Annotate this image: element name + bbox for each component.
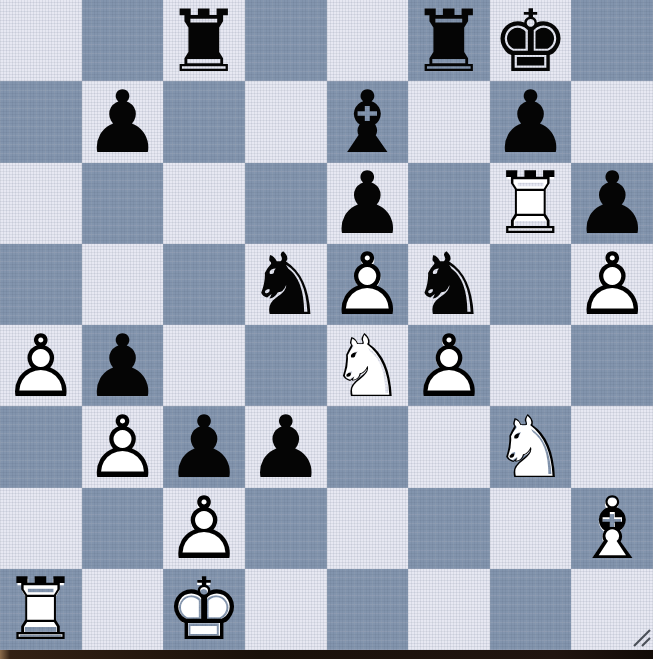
square-h4[interactable]	[571, 325, 653, 406]
square-g1[interactable]	[490, 569, 572, 650]
square-b7[interactable]: ♟	[82, 81, 164, 162]
square-b6[interactable]	[82, 163, 164, 244]
square-f2[interactable]	[408, 488, 490, 569]
square-c5[interactable]	[163, 244, 245, 325]
square-b8[interactable]	[82, 0, 164, 81]
black-rook[interactable]: ♜	[163, 0, 245, 81]
square-a8[interactable]	[0, 0, 82, 81]
square-e8[interactable]	[327, 0, 409, 81]
white-pawn[interactable]: ♟♙	[82, 406, 164, 487]
piece-glyph: ♜	[163, 0, 245, 81]
square-a5[interactable]	[0, 244, 82, 325]
square-b1[interactable]	[82, 569, 164, 650]
square-f5[interactable]: ♞	[408, 244, 490, 325]
chess-board: ♜♜♚♟♝♟♟♜♖♟♞♟♙♞♟♙♟♙♟♞♘♟♙♟♙♟♟♞♘♟♙♝♗♜♖♚♔	[0, 0, 653, 650]
square-c2[interactable]: ♟♙	[163, 488, 245, 569]
black-knight[interactable]: ♞	[245, 244, 327, 325]
square-h5[interactable]: ♟♙	[571, 244, 653, 325]
piece-glyph: ♟	[327, 163, 409, 244]
square-e7[interactable]: ♝	[327, 81, 409, 162]
piece-glyph: ♟	[82, 81, 164, 162]
square-b2[interactable]	[82, 488, 164, 569]
white-pawn[interactable]: ♟♙	[163, 488, 245, 569]
square-c7[interactable]	[163, 81, 245, 162]
white-pawn[interactable]: ♟♙	[571, 244, 653, 325]
square-h2[interactable]: ♝♗	[571, 488, 653, 569]
square-f7[interactable]	[408, 81, 490, 162]
chess-app-window: ♜♜♚♟♝♟♟♜♖♟♞♟♙♞♟♙♟♙♟♞♘♟♙♟♙♟♟♞♘♟♙♝♗♜♖♚♔	[0, 0, 653, 659]
square-h8[interactable]	[571, 0, 653, 81]
black-bishop[interactable]: ♝	[327, 81, 409, 162]
square-f8[interactable]: ♜	[408, 0, 490, 81]
square-c3[interactable]: ♟	[163, 406, 245, 487]
square-d4[interactable]	[245, 325, 327, 406]
white-bishop[interactable]: ♝♗	[571, 488, 653, 569]
square-d3[interactable]: ♟	[245, 406, 327, 487]
square-a6[interactable]	[0, 163, 82, 244]
square-b5[interactable]	[82, 244, 164, 325]
square-e2[interactable]	[327, 488, 409, 569]
square-h3[interactable]	[571, 406, 653, 487]
square-e4[interactable]: ♞♘	[327, 325, 409, 406]
piece-glyph-outline: ♔	[163, 569, 245, 650]
square-g7[interactable]: ♟	[490, 81, 572, 162]
square-c4[interactable]	[163, 325, 245, 406]
square-a4[interactable]: ♟♙	[0, 325, 82, 406]
black-rook[interactable]: ♜	[408, 0, 490, 81]
board-bottom-edge	[0, 650, 653, 659]
white-pawn[interactable]: ♟♙	[408, 325, 490, 406]
square-d5[interactable]: ♞	[245, 244, 327, 325]
white-pawn[interactable]: ♟♙	[0, 325, 82, 406]
square-f3[interactable]	[408, 406, 490, 487]
black-pawn[interactable]: ♟	[245, 406, 327, 487]
black-pawn[interactable]: ♟	[327, 163, 409, 244]
piece-glyph-outline: ♙	[0, 325, 82, 406]
square-f4[interactable]: ♟♙	[408, 325, 490, 406]
piece-glyph: ♟	[82, 325, 164, 406]
square-e6[interactable]: ♟	[327, 163, 409, 244]
black-pawn[interactable]: ♟	[163, 406, 245, 487]
square-d7[interactable]	[245, 81, 327, 162]
piece-glyph-outline: ♙	[82, 406, 164, 487]
square-h7[interactable]	[571, 81, 653, 162]
piece-glyph-outline: ♙	[163, 488, 245, 569]
piece-glyph-outline: ♘	[490, 406, 572, 487]
square-d6[interactable]	[245, 163, 327, 244]
piece-glyph: ♞	[245, 244, 327, 325]
square-d1[interactable]	[245, 569, 327, 650]
piece-glyph: ♟	[571, 163, 653, 244]
square-f6[interactable]	[408, 163, 490, 244]
white-king[interactable]: ♚♔	[163, 569, 245, 650]
square-e3[interactable]	[327, 406, 409, 487]
square-g5[interactable]	[490, 244, 572, 325]
resize-grip-icon[interactable]	[630, 626, 652, 648]
square-e5[interactable]: ♟♙	[327, 244, 409, 325]
piece-glyph-outline: ♙	[571, 244, 653, 325]
piece-glyph-outline: ♙	[408, 325, 490, 406]
square-g3[interactable]: ♞♘	[490, 406, 572, 487]
piece-glyph-outline: ♖	[0, 569, 82, 650]
square-c1[interactable]: ♚♔	[163, 569, 245, 650]
square-c6[interactable]	[163, 163, 245, 244]
square-g6[interactable]: ♜♖	[490, 163, 572, 244]
square-a7[interactable]	[0, 81, 82, 162]
white-rook[interactable]: ♜♖	[0, 569, 82, 650]
piece-glyph: ♝	[327, 81, 409, 162]
white-knight[interactable]: ♞♘	[327, 325, 409, 406]
black-pawn[interactable]: ♟	[571, 163, 653, 244]
black-king[interactable]: ♚	[490, 0, 572, 81]
piece-glyph: ♟	[245, 406, 327, 487]
square-a3[interactable]	[0, 406, 82, 487]
piece-glyph-outline: ♗	[571, 488, 653, 569]
square-g2[interactable]	[490, 488, 572, 569]
square-b4[interactable]: ♟	[82, 325, 164, 406]
piece-glyph-outline: ♙	[327, 244, 409, 325]
black-knight[interactable]: ♞	[408, 244, 490, 325]
square-e1[interactable]	[327, 569, 409, 650]
piece-glyph: ♞	[408, 244, 490, 325]
piece-glyph-outline: ♘	[327, 325, 409, 406]
piece-glyph: ♟	[490, 81, 572, 162]
square-d8[interactable]	[245, 0, 327, 81]
white-pawn[interactable]: ♟♙	[327, 244, 409, 325]
black-pawn[interactable]: ♟	[490, 81, 572, 162]
square-c8[interactable]: ♜	[163, 0, 245, 81]
white-knight[interactable]: ♞♘	[490, 406, 572, 487]
square-b3[interactable]: ♟♙	[82, 406, 164, 487]
square-f1[interactable]	[408, 569, 490, 650]
piece-glyph: ♜	[408, 0, 490, 81]
piece-glyph: ♚	[490, 0, 572, 81]
square-a1[interactable]: ♜♖	[0, 569, 82, 650]
white-rook[interactable]: ♜♖	[490, 163, 572, 244]
black-pawn[interactable]: ♟	[82, 325, 164, 406]
piece-glyph-outline: ♖	[490, 163, 572, 244]
black-pawn[interactable]: ♟	[82, 81, 164, 162]
square-h6[interactable]: ♟	[571, 163, 653, 244]
piece-glyph: ♟	[163, 406, 245, 487]
square-d2[interactable]	[245, 488, 327, 569]
square-g8[interactable]: ♚	[490, 0, 572, 81]
square-g4[interactable]	[490, 325, 572, 406]
square-a2[interactable]	[0, 488, 82, 569]
